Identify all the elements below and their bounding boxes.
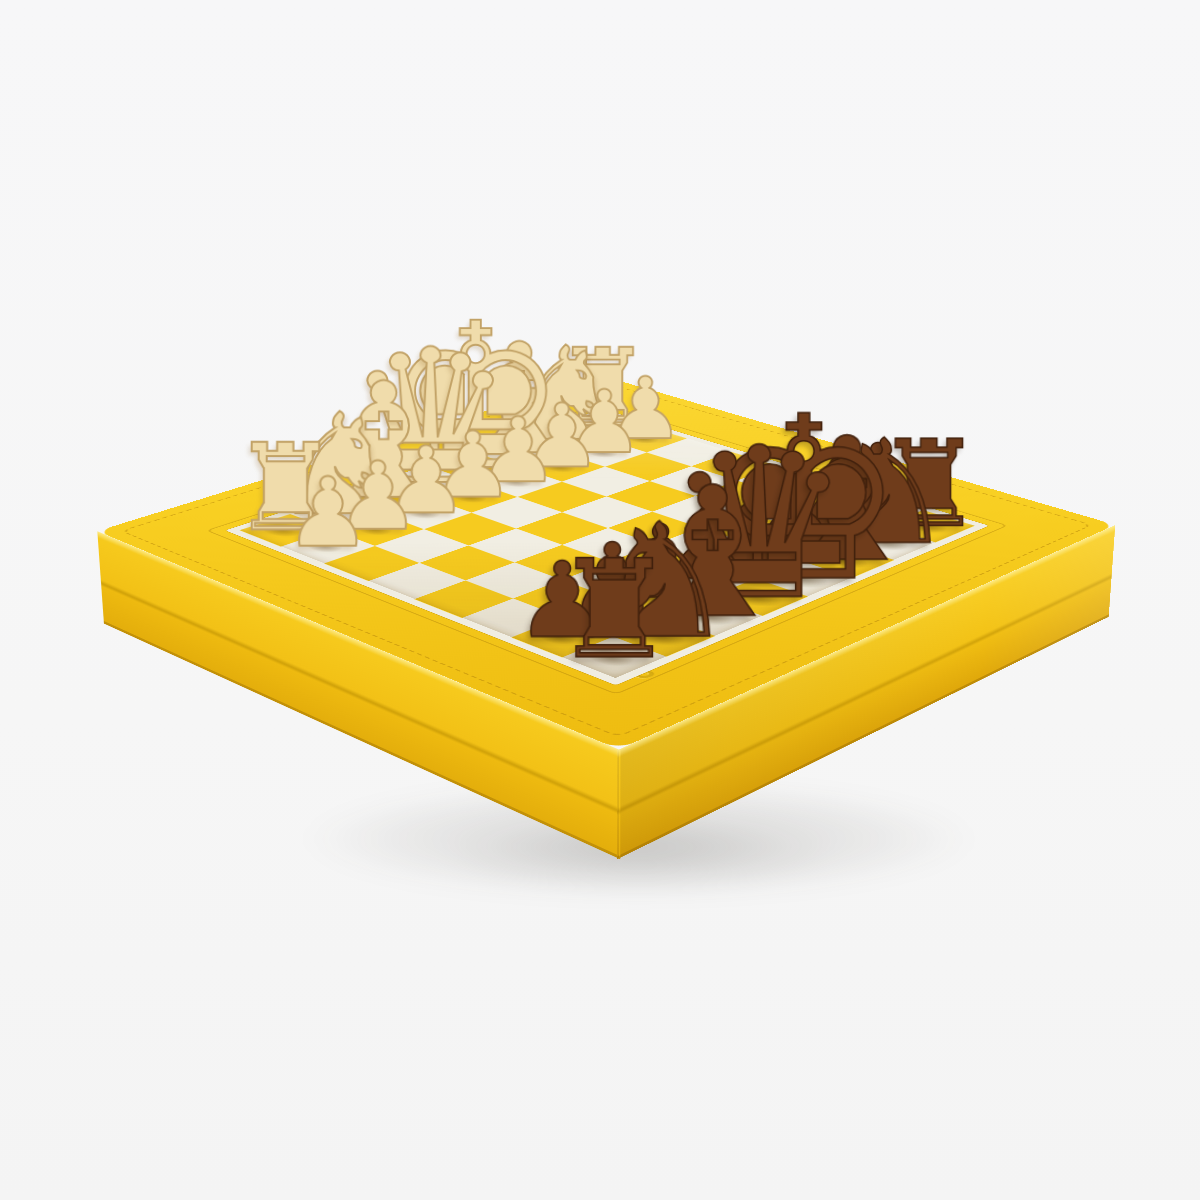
box-lid-top: VIDO ♜♟♟♜♞♟♟♞♝♟♟♝♚♟♟♚♛♟♟♛♝♟♟♝♞♟♟♞♜♟♟♜ — [97, 375, 1115, 749]
piece-shadow — [490, 473, 538, 489]
piece-shadow — [766, 533, 818, 552]
studio-background: VIDO ♜♟♟♜♞♟♟♞♝♟♟♝♚♟♟♚♛♟♟♛♝♟♟♝♞♟♟♞♜♟♟♜ — [0, 0, 1200, 1200]
piece-shadow — [629, 586, 684, 607]
piece-shadow — [577, 444, 624, 459]
piece-shadow — [349, 520, 399, 538]
piece-shadow — [619, 431, 665, 446]
scene: VIDO ♜♟♟♜♞♟♟♞♝♟♟♝♚♟♟♚♛♟♟♛♝♟♟♝♞♟♟♞♜♟♟♜ — [0, 0, 1200, 1200]
piece-shadow — [849, 501, 900, 518]
piece-shadow — [676, 568, 730, 588]
piece-shadow — [398, 503, 448, 520]
piece-shadow — [300, 502, 362, 524]
